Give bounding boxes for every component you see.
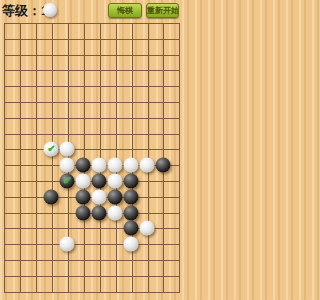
restart-button[interactable]: 重新开始 xyxy=(146,3,179,18)
header-bar: 等级：1 悔棋 重新开始 xyxy=(0,0,180,22)
level-label: 等级：1 xyxy=(2,3,48,18)
board[interactable] xyxy=(4,23,181,293)
undo-button[interactable]: 悔棋 xyxy=(108,3,142,18)
player-white-stone-icon xyxy=(43,3,57,17)
gomoku-app: { "game": "gomoku", "header": { "level_l… xyxy=(0,0,180,300)
